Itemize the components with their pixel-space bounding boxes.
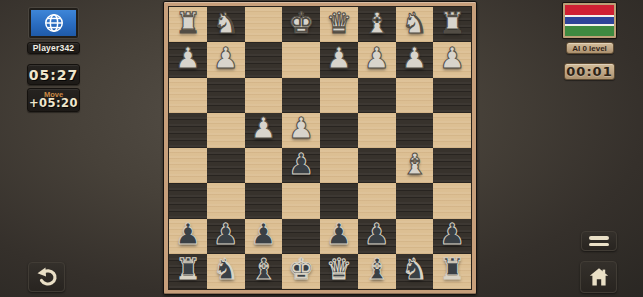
square-f3[interactable] — [245, 78, 283, 113]
white-bishop-piece[interactable]: ♝ — [401, 150, 427, 179]
white-pawn-piece[interactable]: ♟ — [401, 44, 427, 73]
home-icon — [587, 265, 611, 289]
square-d3[interactable] — [320, 78, 358, 113]
square-g6[interactable] — [207, 183, 245, 218]
square-a2[interactable]: ♟ — [433, 42, 471, 77]
move-bonus-value: +05:20 — [29, 98, 78, 110]
white-bishop-piece[interactable]: ♝ — [364, 9, 390, 38]
square-a3[interactable] — [433, 78, 471, 113]
square-f7[interactable]: ♟ — [245, 219, 283, 254]
square-b4[interactable] — [396, 113, 434, 148]
flag-stripe — [565, 17, 614, 25]
white-rook-piece[interactable]: ♜ — [175, 9, 201, 38]
square-h7[interactable]: ♟ — [169, 219, 207, 254]
square-c1[interactable]: ♝ — [358, 7, 396, 42]
square-f6[interactable] — [245, 183, 283, 218]
square-h3[interactable] — [169, 78, 207, 113]
square-h2[interactable]: ♟ — [169, 42, 207, 77]
black-pawn-piece[interactable]: ♟ — [288, 150, 314, 179]
square-d6[interactable] — [320, 183, 358, 218]
square-c8[interactable]: ♝ — [358, 254, 396, 289]
undo-button[interactable] — [28, 262, 65, 292]
square-f2[interactable] — [245, 42, 283, 77]
square-f8[interactable]: ♝ — [245, 254, 283, 289]
square-c4[interactable] — [358, 113, 396, 148]
square-f4[interactable]: ♟ — [245, 113, 283, 148]
white-knight-piece[interactable]: ♞ — [213, 9, 239, 38]
flag-stripe — [565, 26, 614, 36]
player-name: Player342 — [27, 42, 80, 54]
black-rook-piece[interactable]: ♜ — [175, 255, 201, 284]
square-b5[interactable]: ♝ — [396, 148, 434, 183]
square-g4[interactable] — [207, 113, 245, 148]
black-bishop-piece[interactable]: ♝ — [364, 255, 390, 284]
square-d7[interactable]: ♟ — [320, 219, 358, 254]
square-c3[interactable] — [358, 78, 396, 113]
square-e3[interactable] — [282, 78, 320, 113]
square-d5[interactable] — [320, 148, 358, 183]
black-pawn-piece[interactable]: ♟ — [326, 220, 352, 249]
player-panel: Player342 05:27 Move +05:20 — [27, 8, 80, 112]
square-b6[interactable] — [396, 183, 434, 218]
globe-icon — [43, 12, 65, 34]
square-h4[interactable] — [169, 113, 207, 148]
square-e5[interactable]: ♟ — [282, 148, 320, 183]
square-c6[interactable] — [358, 183, 396, 218]
move-bonus-box: Move +05:20 — [27, 88, 80, 112]
square-g2[interactable]: ♟ — [207, 42, 245, 77]
square-e4[interactable]: ♟ — [282, 113, 320, 148]
square-b1[interactable]: ♞ — [396, 7, 434, 42]
white-king-piece[interactable]: ♚ — [288, 9, 314, 38]
flag-stripe — [565, 5, 614, 15]
square-d4[interactable] — [320, 113, 358, 148]
square-c7[interactable]: ♟ — [358, 219, 396, 254]
player-clock: 05:27 — [27, 64, 80, 85]
undo-arrow-icon — [35, 266, 59, 288]
gambia-flag — [563, 3, 616, 38]
black-pawn-piece[interactable]: ♟ — [364, 220, 390, 249]
menu-button[interactable] — [581, 231, 617, 251]
square-d2[interactable]: ♟ — [320, 42, 358, 77]
ai-panel: AI 0 level 00:01 — [562, 3, 617, 80]
square-b7[interactable] — [396, 219, 434, 254]
player-flag — [29, 8, 78, 38]
white-pawn-piece[interactable]: ♟ — [364, 44, 390, 73]
equals-menu-icon — [589, 236, 609, 240]
square-g1[interactable]: ♞ — [207, 7, 245, 42]
white-queen-piece[interactable]: ♛ — [326, 9, 352, 38]
white-pawn-piece[interactable]: ♟ — [250, 114, 276, 143]
white-pawn-piece[interactable]: ♟ — [288, 114, 314, 143]
square-h5[interactable] — [169, 148, 207, 183]
square-h1[interactable]: ♜ — [169, 7, 207, 42]
white-rook-piece[interactable]: ♜ — [439, 9, 465, 38]
square-c2[interactable]: ♟ — [358, 42, 396, 77]
white-pawn-piece[interactable]: ♟ — [326, 44, 352, 73]
square-e6[interactable] — [282, 183, 320, 218]
square-h8[interactable]: ♜ — [169, 254, 207, 289]
square-g8[interactable]: ♞ — [207, 254, 245, 289]
square-g5[interactable] — [207, 148, 245, 183]
chess-board-frame: ♜♞♚♛♝♞♜♟♟♟♟♟♟♟♟♟♝♟♟♟♟♟♟♜♞♝♚♛♝♞♜ — [163, 1, 477, 295]
white-pawn-piece[interactable]: ♟ — [175, 44, 201, 73]
black-queen-piece[interactable]: ♛ — [326, 255, 352, 284]
black-rook-piece[interactable]: ♜ — [439, 255, 465, 284]
square-h6[interactable] — [169, 183, 207, 218]
square-e8[interactable]: ♚ — [282, 254, 320, 289]
black-pawn-piece[interactable]: ♟ — [213, 220, 239, 249]
chess-board: ♜♞♚♛♝♞♜♟♟♟♟♟♟♟♟♟♝♟♟♟♟♟♟♜♞♝♚♛♝♞♜ — [168, 6, 472, 290]
square-a7[interactable]: ♟ — [433, 219, 471, 254]
square-e1[interactable]: ♚ — [282, 7, 320, 42]
square-a4[interactable] — [433, 113, 471, 148]
ai-clock: 00:01 — [564, 63, 615, 80]
chess-app-screen: Player342 05:27 Move +05:20 ♜♞♚♛♝♞♜♟♟♟♟♟… — [0, 0, 643, 297]
square-d8[interactable]: ♛ — [320, 254, 358, 289]
white-pawn-piece[interactable]: ♟ — [439, 44, 465, 73]
square-b2[interactable]: ♟ — [396, 42, 434, 77]
square-f5[interactable] — [245, 148, 283, 183]
square-a8[interactable]: ♜ — [433, 254, 471, 289]
square-g7[interactable]: ♟ — [207, 219, 245, 254]
black-knight-piece[interactable]: ♞ — [401, 255, 427, 284]
square-b3[interactable] — [396, 78, 434, 113]
white-knight-piece[interactable]: ♞ — [401, 9, 427, 38]
white-pawn-piece[interactable]: ♟ — [213, 44, 239, 73]
square-e7[interactable] — [282, 219, 320, 254]
black-bishop-piece[interactable]: ♝ — [250, 255, 276, 284]
square-e2[interactable] — [282, 42, 320, 77]
black-pawn-piece[interactable]: ♟ — [175, 220, 201, 249]
square-b8[interactable]: ♞ — [396, 254, 434, 289]
square-a5[interactable] — [433, 148, 471, 183]
home-button[interactable] — [580, 261, 617, 293]
square-d1[interactable]: ♛ — [320, 7, 358, 42]
black-king-piece[interactable]: ♚ — [288, 255, 314, 284]
black-pawn-piece[interactable]: ♟ — [250, 220, 276, 249]
square-a6[interactable] — [433, 183, 471, 218]
square-f1[interactable] — [245, 7, 283, 42]
square-g3[interactable] — [207, 78, 245, 113]
square-c5[interactable] — [358, 148, 396, 183]
black-knight-piece[interactable]: ♞ — [213, 255, 239, 284]
black-pawn-piece[interactable]: ♟ — [439, 220, 465, 249]
ai-level-label: AI 0 level — [566, 42, 614, 54]
square-a1[interactable]: ♜ — [433, 7, 471, 42]
